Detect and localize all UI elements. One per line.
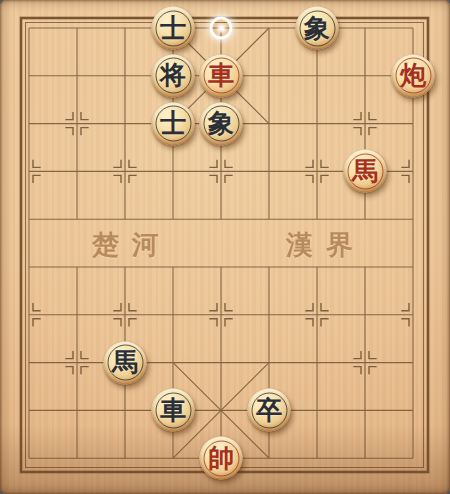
river-label-right: 漢界 xyxy=(286,227,366,263)
xiangqi-board-app: 楚河 漢界 士象将車炮士象馬馬車卒帥 xyxy=(0,0,450,494)
piece-glyph: 馬 xyxy=(112,349,138,375)
piece-glyph: 車 xyxy=(160,396,186,422)
piece-glyph: 炮 xyxy=(400,62,426,88)
piece-glyph: 象 xyxy=(304,14,330,40)
piece-glyph: 卒 xyxy=(256,396,282,422)
piece-black-elephant[interactable]: 象 xyxy=(296,7,339,50)
piece-black-elephant[interactable]: 象 xyxy=(200,102,243,145)
river-label-left: 楚河 xyxy=(92,227,172,263)
piece-red-chariot[interactable]: 車 xyxy=(200,54,243,97)
piece-glyph: 車 xyxy=(208,62,234,88)
last-move-marker xyxy=(210,17,233,40)
piece-red-general[interactable]: 帥 xyxy=(200,437,243,480)
piece-red-horse[interactable]: 馬 xyxy=(344,150,387,193)
piece-black-advisor[interactable]: 士 xyxy=(152,7,195,50)
piece-glyph: 士 xyxy=(160,14,186,40)
piece-glyph: 象 xyxy=(208,110,234,136)
piece-black-soldier[interactable]: 卒 xyxy=(248,389,291,432)
piece-red-cannon[interactable]: 炮 xyxy=(392,54,435,97)
piece-glyph: 将 xyxy=(160,62,186,88)
piece-black-advisor[interactable]: 士 xyxy=(152,102,195,145)
piece-black-chariot[interactable]: 車 xyxy=(152,389,195,432)
piece-glyph: 帥 xyxy=(208,444,234,470)
piece-black-horse[interactable]: 馬 xyxy=(104,341,147,384)
piece-glyph: 馬 xyxy=(352,157,378,183)
piece-glyph: 士 xyxy=(160,110,186,136)
piece-black-general[interactable]: 将 xyxy=(152,54,195,97)
